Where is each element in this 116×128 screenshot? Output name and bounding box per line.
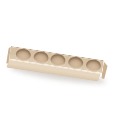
product-photo-canvas (0, 0, 116, 128)
mancala-board (5, 46, 109, 101)
